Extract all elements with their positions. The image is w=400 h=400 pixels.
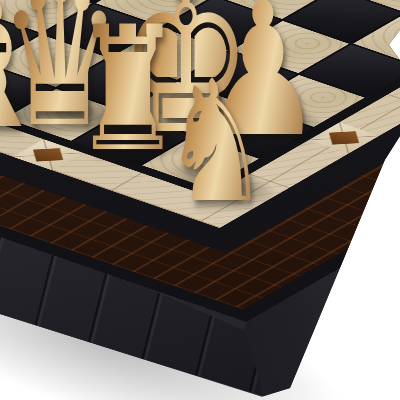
chess-photo-stage: ♝♛♜♚♟♞ [0, 0, 400, 400]
diamond-icon [329, 131, 359, 144]
piece-knight[interactable]: ♞ [162, 58, 270, 226]
